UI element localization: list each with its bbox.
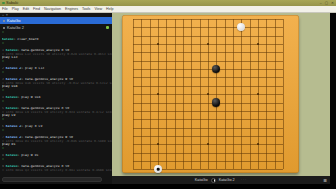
grid-line [241, 19, 242, 169]
grid-line [266, 19, 267, 169]
menu-bar: FilePlayEditFindNavigationEnginesToolsVi… [0, 6, 336, 13]
right-edge-strip [330, 13, 336, 189]
menu-view[interactable]: View [94, 6, 102, 13]
grid-line [133, 136, 283, 137]
black-stone[interactable] [212, 65, 220, 73]
grid-line [233, 19, 234, 169]
console-line: = info move Q3 visits 50 utility 0.041 w… [2, 169, 112, 173]
star-point [157, 43, 159, 45]
grid-line [133, 153, 283, 154]
console-line: = info move O18 visits 50 utility -0.012… [2, 82, 112, 86]
board-area [112, 13, 330, 176]
app-icon [2, 2, 5, 5]
black-player-name[interactable]: KataGo [195, 176, 208, 184]
star-point [207, 93, 209, 95]
engine-status-badge [106, 26, 109, 29]
menu-play[interactable]: Play [12, 6, 19, 13]
engine-row-katago[interactable]: KataGo [0, 17, 112, 24]
engine-name: KataGo [7, 17, 21, 24]
star-point [207, 43, 209, 45]
gtp-console-log[interactable]: =KataGo> clear_board=1 KataGo> kata-genm… [2, 31, 112, 173]
console-line: = info move D1 visits 50 utility -0.046 … [2, 140, 112, 144]
menu-icon[interactable]: ☰ [323, 178, 327, 183]
star-point [157, 93, 159, 95]
engine-dot-icon [3, 20, 5, 22]
console-line: = info move L9 visits 50 utility 0.034 w… [2, 111, 112, 115]
menu-edit[interactable]: Edit [23, 6, 29, 13]
engine-console-panel: +▾ KataGoKataGo 2 =KataGo> clear_board=1… [0, 13, 112, 184]
menu-help[interactable]: Help [106, 6, 113, 13]
grid-line [283, 19, 284, 169]
star-point [257, 93, 259, 95]
console-input[interactable] [2, 177, 102, 182]
star-point [257, 43, 259, 45]
engine-name: KataGo 2 [7, 24, 24, 31]
menu-engines[interactable]: Engines [65, 6, 78, 13]
grid-line [225, 19, 226, 169]
black-stone[interactable] [212, 98, 220, 106]
grid-line [250, 19, 251, 169]
menu-navigation[interactable]: Navigation [44, 6, 61, 13]
engine-dot-icon [3, 27, 5, 29]
console-line: = info move L13 visits 50 utility 0.028 … [2, 53, 112, 57]
star-point [257, 143, 259, 145]
star-point [157, 143, 159, 145]
engine-row-katago-2[interactable]: KataGo 2 [0, 24, 112, 31]
grid-line [133, 111, 283, 112]
grid-line [133, 103, 283, 104]
swap-colors-toggle[interactable] [211, 178, 216, 183]
grid-line [133, 161, 283, 162]
menu-file[interactable]: File [2, 6, 8, 13]
white-stone[interactable] [154, 165, 162, 173]
star-point [207, 143, 209, 145]
autoplay-dots: ··· [241, 178, 248, 182]
menu-find[interactable]: Find [33, 6, 40, 13]
grid-line [133, 119, 283, 120]
sabaki-window: Sabaki –▢✕ FilePlayEditFindNavigationEng… [0, 0, 336, 184]
grid-line [133, 128, 283, 129]
white-player-name[interactable]: KataGo 2 [219, 176, 235, 184]
go-board[interactable] [122, 15, 299, 173]
white-stone[interactable] [237, 23, 245, 31]
last-move-marker [157, 168, 160, 171]
menu-tools[interactable]: Tools [82, 6, 90, 13]
grid-line [275, 19, 276, 169]
grid-line [216, 19, 217, 169]
player-bar: KataGo KataGo 2 ··· ☰ [112, 176, 330, 184]
